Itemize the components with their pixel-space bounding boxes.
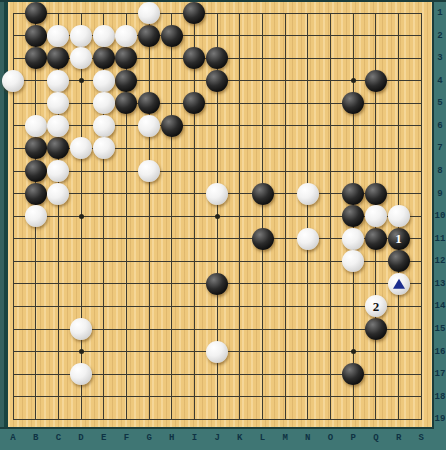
white-stone[interactable] [70,25,92,47]
move-number-label: 1 [388,228,410,250]
row-label: 19 [434,414,446,424]
grid-line-horizontal [13,306,422,307]
row-label: 2 [434,31,446,41]
column-label: F [119,432,133,444]
white-stone[interactable] [138,160,160,182]
row-label: 11 [434,234,446,244]
black-stone[interactable] [25,183,47,205]
white-stone[interactable] [138,2,160,24]
column-label: A [6,432,20,444]
row-label: 15 [434,324,446,334]
row-label: 14 [434,301,446,311]
white-stone[interactable] [25,205,47,227]
column-label: O [324,432,338,444]
black-stone[interactable]: 1 [388,228,410,250]
white-stone[interactable] [115,25,137,47]
white-stone[interactable] [93,137,115,159]
row-label: 3 [434,53,446,63]
column-label: C [51,432,65,444]
white-stone[interactable] [93,115,115,137]
black-stone[interactable] [161,115,183,137]
black-stone[interactable] [47,137,69,159]
star-point [79,349,84,354]
white-stone[interactable] [388,273,410,295]
white-stone[interactable] [70,137,92,159]
black-stone[interactable] [138,25,160,47]
go-board[interactable]: 12 [8,0,432,427]
black-stone[interactable] [47,47,69,69]
white-stone[interactable] [206,341,228,363]
white-stone[interactable] [2,70,24,92]
white-stone[interactable] [47,160,69,182]
grid-line-vertical [262,13,263,420]
board-bottom-border [0,427,434,429]
grid-line-vertical [330,13,331,420]
row-label: 17 [434,369,446,379]
black-stone[interactable] [25,137,47,159]
column-label: J [210,432,224,444]
white-stone[interactable] [47,25,69,47]
board-left-border [0,0,8,428]
black-stone[interactable] [183,2,205,24]
black-stone[interactable] [206,47,228,69]
black-stone[interactable] [388,250,410,272]
grid-line-vertical [285,13,286,420]
black-stone[interactable] [252,183,274,205]
row-label: 13 [434,279,446,289]
white-stone[interactable] [47,70,69,92]
black-stone[interactable] [115,92,137,114]
grid-line-horizontal [13,396,422,397]
row-label: 6 [434,121,446,131]
black-stone[interactable] [342,363,364,385]
black-stone[interactable] [25,2,47,24]
column-label: K [233,432,247,444]
black-stone[interactable] [93,47,115,69]
move-number-label: 2 [365,295,387,317]
row-label: 4 [434,76,446,86]
column-label: I [187,432,201,444]
black-stone[interactable] [365,183,387,205]
row-label: 7 [434,143,446,153]
white-stone[interactable] [47,115,69,137]
column-label: G [142,432,156,444]
black-stone[interactable] [115,47,137,69]
column-label: B [29,432,43,444]
row-label: 16 [434,347,446,357]
grid-line-vertical [307,13,308,420]
column-label: R [392,432,406,444]
column-label: M [278,432,292,444]
black-stone[interactable] [365,70,387,92]
black-stone[interactable] [25,160,47,182]
white-stone[interactable] [47,183,69,205]
black-stone[interactable] [183,47,205,69]
black-stone[interactable] [206,70,228,92]
grid-line-horizontal [13,419,422,420]
black-stone[interactable] [161,25,183,47]
black-stone[interactable] [342,205,364,227]
grid-line-vertical [421,13,422,420]
white-stone[interactable] [342,250,364,272]
white-stone[interactable]: 2 [365,295,387,317]
row-label: 10 [434,211,446,221]
white-stone[interactable] [70,318,92,340]
white-stone[interactable] [70,363,92,385]
column-label: D [74,432,88,444]
goban-frame: 12 12345678910111213141516171819 ABCDEFG… [0,0,446,450]
grid-line-vertical [239,13,240,420]
column-label: L [256,432,270,444]
triangle-marker [393,279,405,289]
white-stone[interactable] [47,92,69,114]
white-stone[interactable] [93,25,115,47]
black-stone[interactable] [365,318,387,340]
black-stone[interactable] [25,47,47,69]
black-stone[interactable] [138,92,160,114]
white-stone[interactable] [70,47,92,69]
star-point [215,214,220,219]
black-stone[interactable] [342,183,364,205]
black-stone[interactable] [206,273,228,295]
white-stone[interactable] [388,205,410,227]
column-label: P [346,432,360,444]
row-label: 18 [434,392,446,402]
star-point [79,78,84,83]
black-stone[interactable] [342,92,364,114]
white-stone[interactable] [297,183,319,205]
column-label: H [165,432,179,444]
star-point [351,349,356,354]
white-stone[interactable] [93,70,115,92]
white-stone[interactable] [25,115,47,137]
black-stone[interactable] [183,92,205,114]
column-label: Q [369,432,383,444]
white-stone[interactable] [206,183,228,205]
black-stone[interactable] [25,25,47,47]
white-stone[interactable] [342,228,364,250]
board-top-border [0,0,446,2]
white-stone[interactable] [365,205,387,227]
column-label: N [301,432,315,444]
column-label: S [414,432,428,444]
star-point [79,214,84,219]
row-label: 9 [434,189,446,199]
row-label: 1 [434,8,446,18]
black-stone[interactable] [365,228,387,250]
black-stone[interactable] [115,70,137,92]
star-point [351,78,356,83]
row-label: 5 [434,98,446,108]
black-stone[interactable] [252,228,274,250]
column-label: E [97,432,111,444]
white-stone[interactable] [297,228,319,250]
row-label: 8 [434,166,446,176]
row-label: 12 [434,256,446,266]
white-stone[interactable] [138,115,160,137]
white-stone[interactable] [93,92,115,114]
